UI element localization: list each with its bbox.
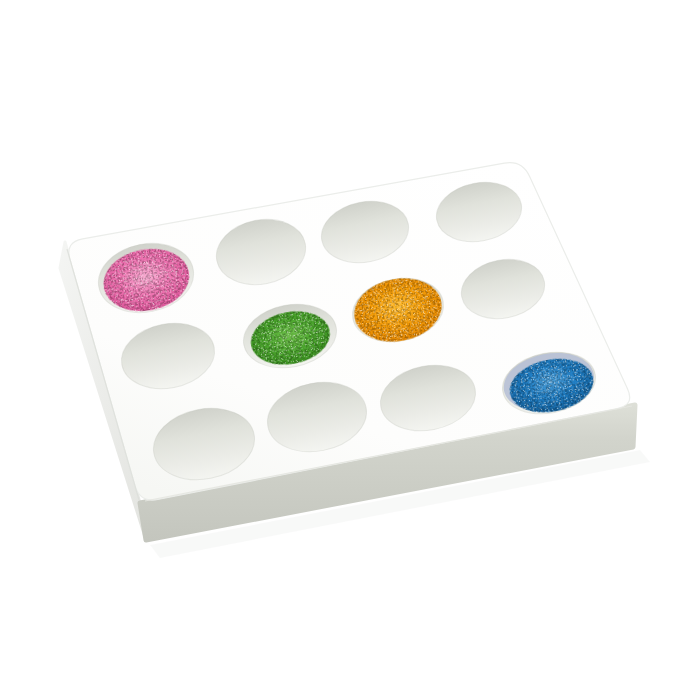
palette-photo	[0, 0, 700, 700]
palette-scene	[0, 0, 700, 700]
